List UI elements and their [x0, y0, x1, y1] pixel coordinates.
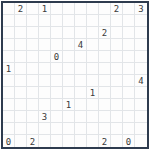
grid-cell[interactable]: [99, 3, 111, 15]
grid-cell[interactable]: [3, 39, 15, 51]
clue-number: 3: [42, 113, 47, 122]
grid-cell[interactable]: [75, 75, 87, 87]
grid-cell[interactable]: [135, 39, 147, 51]
grid-cell[interactable]: [135, 63, 147, 75]
grid-cell[interactable]: [27, 51, 39, 63]
clue-number: 1: [66, 101, 71, 110]
grid-cell[interactable]: 2: [27, 135, 39, 147]
grid-cell[interactable]: [123, 99, 135, 111]
clue-number: 1: [42, 5, 47, 14]
grid-cell[interactable]: [111, 27, 123, 39]
grid-cell[interactable]: 0: [51, 51, 63, 63]
grid-cell[interactable]: 2: [99, 135, 111, 147]
grid-cell[interactable]: [15, 135, 27, 147]
grid-cell[interactable]: [15, 75, 27, 87]
grid-cell[interactable]: [27, 63, 39, 75]
clue-number: 3: [138, 5, 143, 14]
grid-cell[interactable]: [63, 3, 75, 15]
grid-cell[interactable]: [27, 27, 39, 39]
grid-cell[interactable]: [51, 27, 63, 39]
grid-cell[interactable]: 0: [123, 135, 135, 147]
grid-cell[interactable]: [3, 15, 15, 27]
grid-cell[interactable]: [87, 3, 99, 15]
grid-cell[interactable]: [63, 75, 75, 87]
clue-number: 0: [126, 137, 131, 146]
grid-cell[interactable]: 3: [135, 3, 147, 15]
grid-cell[interactable]: [87, 63, 99, 75]
grid-cell[interactable]: [99, 63, 111, 75]
grid-cell[interactable]: [39, 99, 51, 111]
clue-number: 2: [30, 137, 35, 146]
grid-cell[interactable]: [39, 51, 51, 63]
grid-cell[interactable]: [75, 51, 87, 63]
grid-cell[interactable]: [111, 99, 123, 111]
grid-cell[interactable]: [123, 111, 135, 123]
grid-cell[interactable]: [63, 123, 75, 135]
grid-cell[interactable]: [15, 63, 27, 75]
grid-cell[interactable]: [27, 123, 39, 135]
grid-cell[interactable]: [15, 123, 27, 135]
grid-cell[interactable]: 2: [99, 27, 111, 39]
grid-cell[interactable]: [111, 51, 123, 63]
grid-cell[interactable]: [123, 75, 135, 87]
clue-number: 1: [6, 65, 11, 74]
grid-cell[interactable]: [111, 123, 123, 135]
grid-cell[interactable]: [87, 51, 99, 63]
grid-cell[interactable]: [39, 123, 51, 135]
grid-cell[interactable]: [87, 27, 99, 39]
grid-cell[interactable]: [75, 111, 87, 123]
grid-cell[interactable]: 4: [75, 39, 87, 51]
grid-cell[interactable]: [135, 27, 147, 39]
grid-cell[interactable]: 1: [3, 63, 15, 75]
grid-cell[interactable]: [15, 51, 27, 63]
clue-number: 4: [138, 77, 143, 86]
grid-cell[interactable]: [87, 111, 99, 123]
grid-cell[interactable]: [3, 87, 15, 99]
grid-cell[interactable]: [99, 99, 111, 111]
grid-cell[interactable]: [75, 123, 87, 135]
grid-cell[interactable]: [135, 99, 147, 111]
grid-cell[interactable]: 2: [111, 3, 123, 15]
clue-number: 4: [78, 41, 83, 50]
grid-cell[interactable]: [99, 123, 111, 135]
grid-cell[interactable]: [63, 111, 75, 123]
grid-cell[interactable]: [75, 135, 87, 147]
grid-cell[interactable]: [3, 75, 15, 87]
grid-cell[interactable]: [39, 135, 51, 147]
grid-cell[interactable]: [75, 15, 87, 27]
grid-cell[interactable]: [27, 111, 39, 123]
grid-cell[interactable]: [123, 51, 135, 63]
grid-cell[interactable]: [99, 15, 111, 27]
clue-number: 2: [102, 137, 107, 146]
grid-cell[interactable]: [51, 75, 63, 87]
clue-number: 1: [90, 89, 95, 98]
grid-cell[interactable]: [15, 15, 27, 27]
grid-cell[interactable]: [39, 75, 51, 87]
clue-number: 2: [102, 29, 107, 38]
grid-cell[interactable]: 2: [15, 3, 27, 15]
grid-cell[interactable]: [39, 39, 51, 51]
grid-cell[interactable]: [51, 111, 63, 123]
grid-cell[interactable]: [63, 87, 75, 99]
grid-cell[interactable]: 3: [39, 111, 51, 123]
grid-cell[interactable]: [87, 99, 99, 111]
grid-cell[interactable]: [123, 3, 135, 15]
grid-cell[interactable]: [63, 27, 75, 39]
grid-cell[interactable]: [63, 63, 75, 75]
grid-cell[interactable]: [111, 135, 123, 147]
grid-cell[interactable]: 1: [63, 99, 75, 111]
grid-cell[interactable]: [51, 135, 63, 147]
grid-cell[interactable]: [123, 39, 135, 51]
grid-cell[interactable]: [87, 123, 99, 135]
grid-cell[interactable]: [111, 87, 123, 99]
grid-cell[interactable]: [3, 99, 15, 111]
grid-cell[interactable]: [27, 75, 39, 87]
grid-cell[interactable]: [15, 99, 27, 111]
grid-cell[interactable]: [87, 135, 99, 147]
grid-cell[interactable]: [135, 111, 147, 123]
grid-cell[interactable]: [63, 15, 75, 27]
grid-cell[interactable]: [27, 3, 39, 15]
grid-cell[interactable]: [51, 63, 63, 75]
grid-cell[interactable]: [75, 3, 87, 15]
grid-cell[interactable]: [123, 123, 135, 135]
grid-cell[interactable]: [123, 27, 135, 39]
grid-cell[interactable]: [63, 39, 75, 51]
grid-cell[interactable]: 1: [87, 87, 99, 99]
grid-cell[interactable]: [99, 75, 111, 87]
clue-number: 0: [6, 137, 11, 146]
grid-cell[interactable]: [3, 123, 15, 135]
grid-cell[interactable]: [135, 123, 147, 135]
grid-cell[interactable]: [51, 39, 63, 51]
grid-cell[interactable]: [87, 39, 99, 51]
grid-cell[interactable]: [99, 87, 111, 99]
grid-cell[interactable]: [51, 15, 63, 27]
clue-number: 0: [54, 53, 59, 62]
clue-number: 2: [18, 5, 23, 14]
grid-cell[interactable]: [39, 87, 51, 99]
grid-cell[interactable]: [15, 39, 27, 51]
grid-cell[interactable]: [3, 51, 15, 63]
grid-cell[interactable]: [51, 123, 63, 135]
grid-cell[interactable]: [15, 111, 27, 123]
grid-cell[interactable]: [75, 99, 87, 111]
grid-cell[interactable]: [15, 27, 27, 39]
grid-cell[interactable]: [27, 15, 39, 27]
grid-cell[interactable]: [123, 87, 135, 99]
grid-cell[interactable]: [39, 15, 51, 27]
grid-cell[interactable]: [123, 63, 135, 75]
grid-cell[interactable]: [99, 51, 111, 63]
grid-cell[interactable]: [15, 87, 27, 99]
grid-cell[interactable]: [63, 51, 75, 63]
grid-cell[interactable]: [75, 27, 87, 39]
grid-cell[interactable]: [75, 63, 87, 75]
grid-cell[interactable]: [87, 75, 99, 87]
clue-number: 2: [114, 5, 119, 14]
grid-cell[interactable]: [3, 111, 15, 123]
grid-cell[interactable]: [111, 39, 123, 51]
grid-cell[interactable]: [27, 87, 39, 99]
grid-cell[interactable]: [111, 63, 123, 75]
grid-cell[interactable]: 1: [39, 3, 51, 15]
grid-cell[interactable]: [63, 135, 75, 147]
grid-cell[interactable]: [99, 111, 111, 123]
grid-cell[interactable]: [3, 3, 15, 15]
grid-cell[interactable]: [39, 63, 51, 75]
grid-cell[interactable]: [135, 15, 147, 27]
grid-cell[interactable]: [27, 99, 39, 111]
grid-cell[interactable]: [135, 135, 147, 147]
grid-cell[interactable]: [99, 39, 111, 51]
grid-cell[interactable]: [135, 51, 147, 63]
grid-cell[interactable]: [39, 27, 51, 39]
grid-cell[interactable]: 4: [135, 75, 147, 87]
grid-cell[interactable]: [51, 99, 63, 111]
grid-cell[interactable]: [87, 15, 99, 27]
grid-cell[interactable]: [111, 111, 123, 123]
grid-cell[interactable]: 0: [3, 135, 15, 147]
grid-cell[interactable]: [51, 3, 63, 15]
grid-cell[interactable]: [123, 15, 135, 27]
puzzle-board: 2123240141130220: [1, 1, 149, 149]
grid-cell[interactable]: [27, 39, 39, 51]
grid-cell[interactable]: [135, 87, 147, 99]
grid-cell[interactable]: [3, 27, 15, 39]
grid-cell[interactable]: [51, 87, 63, 99]
grid-cell[interactable]: [111, 15, 123, 27]
grid-cell[interactable]: [75, 87, 87, 99]
grid-cell[interactable]: [111, 75, 123, 87]
